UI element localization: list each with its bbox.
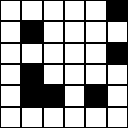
open-cell-r2c5[interactable] [86, 22, 105, 41]
open-cell-r1c4[interactable] [65, 1, 84, 20]
open-cell-r4c6[interactable] [108, 65, 127, 84]
open-cell-r1c5[interactable] [86, 1, 105, 20]
blocked-cell-r2c2[interactable] [22, 22, 41, 41]
open-cell-r6c6[interactable] [108, 108, 127, 127]
open-cell-r4c1[interactable] [1, 65, 20, 84]
open-cell-r4c4[interactable] [65, 65, 84, 84]
blocked-cell-r5c3[interactable] [44, 86, 63, 105]
open-cell-r5c6[interactable] [108, 86, 127, 105]
open-cell-r4c3[interactable] [44, 65, 63, 84]
open-cell-r1c1[interactable] [1, 1, 20, 20]
open-cell-r5c1[interactable] [1, 86, 20, 105]
open-cell-r3c4[interactable] [65, 44, 84, 63]
blocked-cell-r5c5[interactable] [86, 86, 105, 105]
open-cell-r2c3[interactable] [44, 22, 63, 41]
open-cell-r6c5[interactable] [86, 108, 105, 127]
open-cell-r2c6[interactable] [108, 22, 127, 41]
blocked-cell-r5c2[interactable] [22, 86, 41, 105]
open-cell-r3c1[interactable] [1, 44, 20, 63]
open-cell-r6c3[interactable] [44, 108, 63, 127]
open-cell-r1c3[interactable] [44, 1, 63, 20]
open-cell-r3c2[interactable] [22, 44, 41, 63]
blocked-cell-r3c6[interactable] [108, 44, 127, 63]
blocked-cell-r4c2[interactable] [22, 65, 41, 84]
open-cell-r6c1[interactable] [1, 108, 20, 127]
open-cell-r4c5[interactable] [86, 65, 105, 84]
blocked-cell-r1c6[interactable] [108, 1, 127, 20]
open-cell-r3c3[interactable] [44, 44, 63, 63]
puzzle-board [0, 0, 128, 128]
open-cell-r5c4[interactable] [65, 86, 84, 105]
open-cell-r3c5[interactable] [86, 44, 105, 63]
open-cell-r6c2[interactable] [22, 108, 41, 127]
open-cell-r1c2[interactable] [22, 1, 41, 20]
open-cell-r2c4[interactable] [65, 22, 84, 41]
open-cell-r6c4[interactable] [65, 108, 84, 127]
open-cell-r2c1[interactable] [1, 22, 20, 41]
